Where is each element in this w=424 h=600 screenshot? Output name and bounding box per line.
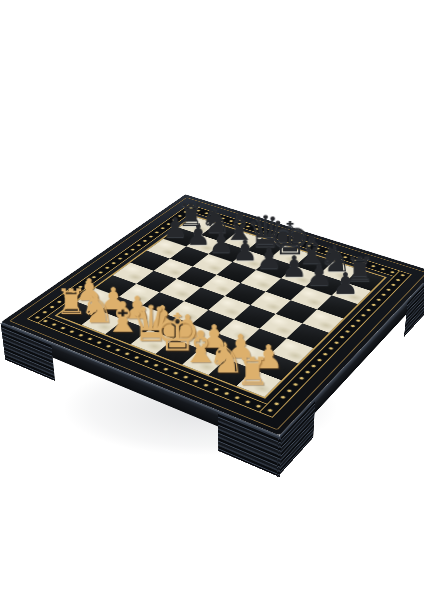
piece-white-rook[interactable]: ♜ — [235, 352, 268, 390]
piece-black-pawn[interactable]: ♟ — [330, 269, 360, 299]
product-photo: ♜♞♝♛♚♝♞♜♟♟♟♟♟♟♟♟♟♟♟♟♟♟♟♟♜♞♝♛♚♝♞♜ — [0, 0, 424, 600]
chess-board[interactable]: ♜♞♝♛♚♝♞♜♟♟♟♟♟♟♟♟♟♟♟♟♟♟♟♟♜♞♝♛♚♝♞♜ — [2, 194, 424, 435]
piece-black-pawn[interactable]: ♟ — [305, 260, 334, 290]
chess-set: ♜♞♝♛♚♝♞♜♟♟♟♟♟♟♟♟♟♟♟♟♟♟♟♟♜♞♝♛♚♝♞♜ — [0, 0, 424, 600]
